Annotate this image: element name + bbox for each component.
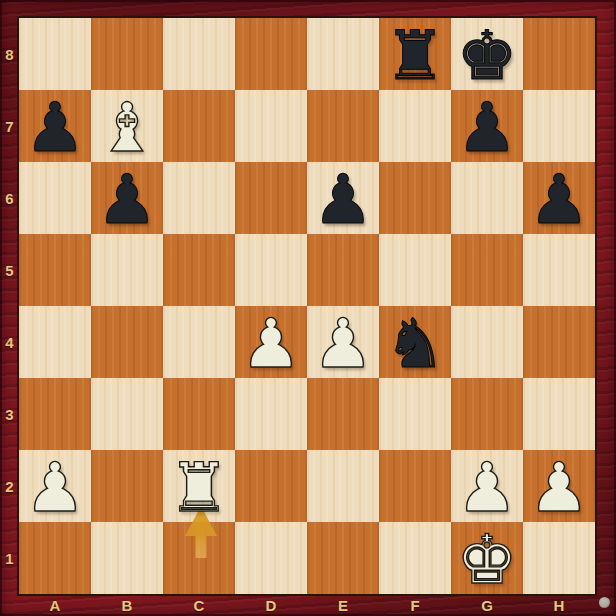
square-b5[interactable]: [91, 234, 163, 306]
file-label-f: F: [379, 594, 451, 616]
black-pawn-e6-icon[interactable]: ♟: [307, 164, 379, 236]
rank-labels: 87654321: [0, 18, 19, 594]
square-f3[interactable]: [379, 378, 451, 450]
square-h3[interactable]: [523, 378, 595, 450]
square-b8[interactable]: [91, 18, 163, 90]
square-e1[interactable]: [307, 522, 379, 594]
square-e8[interactable]: [307, 18, 379, 90]
square-f5[interactable]: [379, 234, 451, 306]
file-label-c: C: [163, 594, 235, 616]
square-c6[interactable]: [163, 162, 235, 234]
white-pawn-e4-icon[interactable]: ♟: [307, 308, 379, 380]
black-rook-f8-icon[interactable]: ♜: [379, 20, 451, 92]
rank-label-4: 4: [0, 306, 19, 378]
square-f4[interactable]: ♞: [379, 306, 451, 378]
chess-board: ♜♚♟♝♟♟♟♟♟♟♞♟♜♟♟♚: [19, 18, 595, 594]
square-b2[interactable]: [91, 450, 163, 522]
rank-label-1: 1: [0, 522, 19, 594]
square-a7[interactable]: ♟: [19, 90, 91, 162]
file-label-b: B: [91, 594, 163, 616]
square-c2[interactable]: ♜: [163, 450, 235, 522]
square-c3[interactable]: [163, 378, 235, 450]
square-d8[interactable]: [235, 18, 307, 90]
file-label-d: D: [235, 594, 307, 616]
square-f8[interactable]: ♜: [379, 18, 451, 90]
black-pawn-h6-icon[interactable]: ♟: [523, 164, 595, 236]
chess-board-frame: 87654321 ABCDEFGH ♜♚♟♝♟♟♟♟♟♟♞♟♜♟♟♚: [0, 0, 616, 616]
square-a3[interactable]: [19, 378, 91, 450]
square-g3[interactable]: [451, 378, 523, 450]
rank-label-3: 3: [0, 378, 19, 450]
square-e5[interactable]: [307, 234, 379, 306]
square-b1[interactable]: [91, 522, 163, 594]
square-g5[interactable]: [451, 234, 523, 306]
rank-label-7: 7: [0, 90, 19, 162]
square-h1[interactable]: [523, 522, 595, 594]
square-a5[interactable]: [19, 234, 91, 306]
square-b6[interactable]: ♟: [91, 162, 163, 234]
square-g8[interactable]: ♚: [451, 18, 523, 90]
square-h8[interactable]: [523, 18, 595, 90]
square-e3[interactable]: [307, 378, 379, 450]
square-d6[interactable]: [235, 162, 307, 234]
rank-label-2: 2: [0, 450, 19, 522]
square-f2[interactable]: [379, 450, 451, 522]
square-e2[interactable]: [307, 450, 379, 522]
square-c1[interactable]: [163, 522, 235, 594]
black-knight-f4-icon[interactable]: ♞: [379, 308, 451, 380]
square-e4[interactable]: ♟: [307, 306, 379, 378]
file-label-g: G: [451, 594, 523, 616]
rank-label-6: 6: [0, 162, 19, 234]
square-f7[interactable]: [379, 90, 451, 162]
square-f6[interactable]: [379, 162, 451, 234]
square-d1[interactable]: [235, 522, 307, 594]
rank-label-8: 8: [0, 18, 19, 90]
square-c8[interactable]: [163, 18, 235, 90]
rank-label-5: 5: [0, 234, 19, 306]
square-c4[interactable]: [163, 306, 235, 378]
file-label-h: H: [523, 594, 595, 616]
square-e7[interactable]: [307, 90, 379, 162]
white-pawn-g2-icon[interactable]: ♟: [451, 452, 523, 524]
square-f1[interactable]: [379, 522, 451, 594]
square-a8[interactable]: [19, 18, 91, 90]
square-d2[interactable]: [235, 450, 307, 522]
square-g1[interactable]: ♚: [451, 522, 523, 594]
file-label-e: E: [307, 594, 379, 616]
square-b3[interactable]: [91, 378, 163, 450]
black-pawn-b6-icon[interactable]: ♟: [91, 164, 163, 236]
square-h7[interactable]: [523, 90, 595, 162]
white-king-g1-icon[interactable]: ♚: [451, 524, 523, 596]
square-g4[interactable]: [451, 306, 523, 378]
square-h5[interactable]: [523, 234, 595, 306]
square-c5[interactable]: [163, 234, 235, 306]
square-d4[interactable]: ♟: [235, 306, 307, 378]
square-a6[interactable]: [19, 162, 91, 234]
white-pawn-d4-icon[interactable]: ♟: [235, 308, 307, 380]
square-d3[interactable]: [235, 378, 307, 450]
square-h4[interactable]: [523, 306, 595, 378]
white-bishop-b7-icon[interactable]: ♝: [91, 92, 163, 164]
square-a1[interactable]: [19, 522, 91, 594]
square-h2[interactable]: ♟: [523, 450, 595, 522]
file-labels: ABCDEFGH: [19, 594, 595, 616]
black-king-g8-icon[interactable]: ♚: [451, 20, 523, 92]
white-rook-c2-icon[interactable]: ♜: [163, 452, 235, 524]
square-b4[interactable]: [91, 306, 163, 378]
corner-dot-icon: [599, 597, 610, 608]
square-a2[interactable]: ♟: [19, 450, 91, 522]
square-g2[interactable]: ♟: [451, 450, 523, 522]
black-pawn-a7-icon[interactable]: ♟: [19, 92, 91, 164]
black-pawn-g7-icon[interactable]: ♟: [451, 92, 523, 164]
square-g7[interactable]: ♟: [451, 90, 523, 162]
square-e6[interactable]: ♟: [307, 162, 379, 234]
white-pawn-a2-icon[interactable]: ♟: [19, 452, 91, 524]
file-label-a: A: [19, 594, 91, 616]
square-g6[interactable]: [451, 162, 523, 234]
square-h6[interactable]: ♟: [523, 162, 595, 234]
square-d7[interactable]: [235, 90, 307, 162]
square-c7[interactable]: [163, 90, 235, 162]
square-a4[interactable]: [19, 306, 91, 378]
white-pawn-h2-icon[interactable]: ♟: [523, 452, 595, 524]
square-b7[interactable]: ♝: [91, 90, 163, 162]
square-d5[interactable]: [235, 234, 307, 306]
